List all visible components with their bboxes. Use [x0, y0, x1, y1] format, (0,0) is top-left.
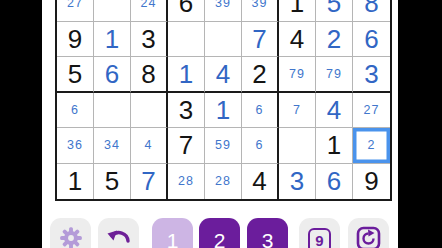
cell-r4c1[interactable]: 27 — [57, 0, 94, 22]
cell-r6c6[interactable]: 2 — [242, 57, 279, 93]
undo-arrow-icon — [105, 224, 133, 248]
cell-r9c2[interactable]: 5 — [94, 164, 131, 200]
cell-r9c1[interactable]: 1 — [57, 164, 94, 200]
cell-r4c5[interactable]: 39 — [205, 0, 242, 22]
cell-r4c6[interactable]: 39 — [242, 0, 279, 22]
cell-r4c4[interactable]: 6 — [168, 0, 205, 22]
cell-r8c6[interactable]: 6 — [242, 128, 279, 164]
digit-2-label: 2 — [214, 230, 226, 248]
cell-r6c9[interactable]: 3 — [353, 57, 390, 93]
cell-r8c2[interactable]: 34 — [94, 128, 131, 164]
cell-r7c3[interactable] — [131, 93, 168, 129]
cell-r8c8[interactable]: 1 — [316, 128, 353, 164]
cell-r7c4[interactable]: 3 — [168, 93, 205, 129]
boxed-digit-icon: 9 — [308, 228, 331, 248]
cell-r9c8[interactable]: 6 — [316, 164, 353, 200]
cell-r5c7[interactable]: 4 — [279, 22, 316, 58]
rotate-boxed-button[interactable] — [348, 218, 389, 248]
settings-button[interactable] — [50, 218, 91, 248]
gear-icon — [58, 225, 84, 248]
sudoku-grid: 2724639391589137426568142797936316742736… — [55, 0, 392, 201]
cell-r9c9[interactable]: 9 — [353, 164, 390, 200]
cell-r5c8[interactable]: 2 — [316, 22, 353, 58]
cell-r6c4[interactable]: 1 — [168, 57, 205, 93]
cell-r6c3[interactable]: 8 — [131, 57, 168, 93]
letterbox-left — [0, 0, 42, 248]
cell-r6c1[interactable]: 5 — [57, 57, 94, 93]
cell-r6c8[interactable]: 79 — [316, 57, 353, 93]
digit-3-label: 3 — [262, 230, 274, 248]
digit-9-label: 9 — [315, 233, 323, 248]
cell-r7c8[interactable]: 4 — [316, 93, 353, 129]
cell-r5c3[interactable]: 3 — [131, 22, 168, 58]
cell-r6c7[interactable]: 79 — [279, 57, 316, 93]
cell-r8c1[interactable]: 36 — [57, 128, 94, 164]
cell-r7c5[interactable]: 1 — [205, 93, 242, 129]
cell-r7c1[interactable]: 6 — [57, 93, 94, 129]
cell-r8c4[interactable]: 7 — [168, 128, 205, 164]
boxed-rotate-arrow-icon — [355, 225, 382, 248]
cell-r9c4[interactable]: 28 — [168, 164, 205, 200]
cell-r4c8[interactable]: 5 — [316, 0, 353, 22]
digit-1-label: 1 — [167, 230, 179, 248]
cell-r6c2[interactable]: 6 — [94, 57, 131, 93]
cell-r5c5[interactable] — [205, 22, 242, 58]
cell-r8c3[interactable]: 4 — [131, 128, 168, 164]
toolbar: 1 2 3 9 — [42, 218, 398, 248]
digit-3-button[interactable]: 3 — [247, 218, 288, 248]
cell-r4c7[interactable]: 1 — [279, 0, 316, 22]
cell-r9c5[interactable]: 28 — [205, 164, 242, 200]
sudoku-app: 2724639391589137426568142797936316742736… — [42, 0, 398, 248]
digit-1-button[interactable]: 1 — [152, 218, 193, 248]
cell-r6c5[interactable]: 4 — [205, 57, 242, 93]
cell-r8c9[interactable]: 2 — [353, 128, 390, 164]
cell-r7c2[interactable] — [94, 93, 131, 129]
cell-r5c2[interactable]: 1 — [94, 22, 131, 58]
cell-r4c3[interactable]: 24 — [131, 0, 168, 22]
cell-r4c2[interactable] — [94, 0, 131, 22]
cell-r9c7[interactable]: 3 — [279, 164, 316, 200]
cell-r9c6[interactable]: 4 — [242, 164, 279, 200]
cell-r7c6[interactable]: 6 — [242, 93, 279, 129]
digit-2-button[interactable]: 2 — [199, 218, 240, 248]
cell-r5c1[interactable]: 9 — [57, 22, 94, 58]
cell-r5c4[interactable] — [168, 22, 205, 58]
cell-r5c6[interactable]: 7 — [242, 22, 279, 58]
cell-r8c5[interactable]: 59 — [205, 128, 242, 164]
cell-r7c9[interactable]: 27 — [353, 93, 390, 129]
cell-r9c3[interactable]: 7 — [131, 164, 168, 200]
digit-9-boxed-button[interactable]: 9 — [299, 218, 340, 248]
cell-r8c7[interactable] — [279, 128, 316, 164]
letterbox-right — [398, 0, 442, 248]
cell-r5c9[interactable]: 6 — [353, 22, 390, 58]
cell-r7c7[interactable]: 7 — [279, 93, 316, 129]
cell-r4c9[interactable]: 8 — [353, 0, 390, 22]
undo-button[interactable] — [98, 218, 139, 248]
